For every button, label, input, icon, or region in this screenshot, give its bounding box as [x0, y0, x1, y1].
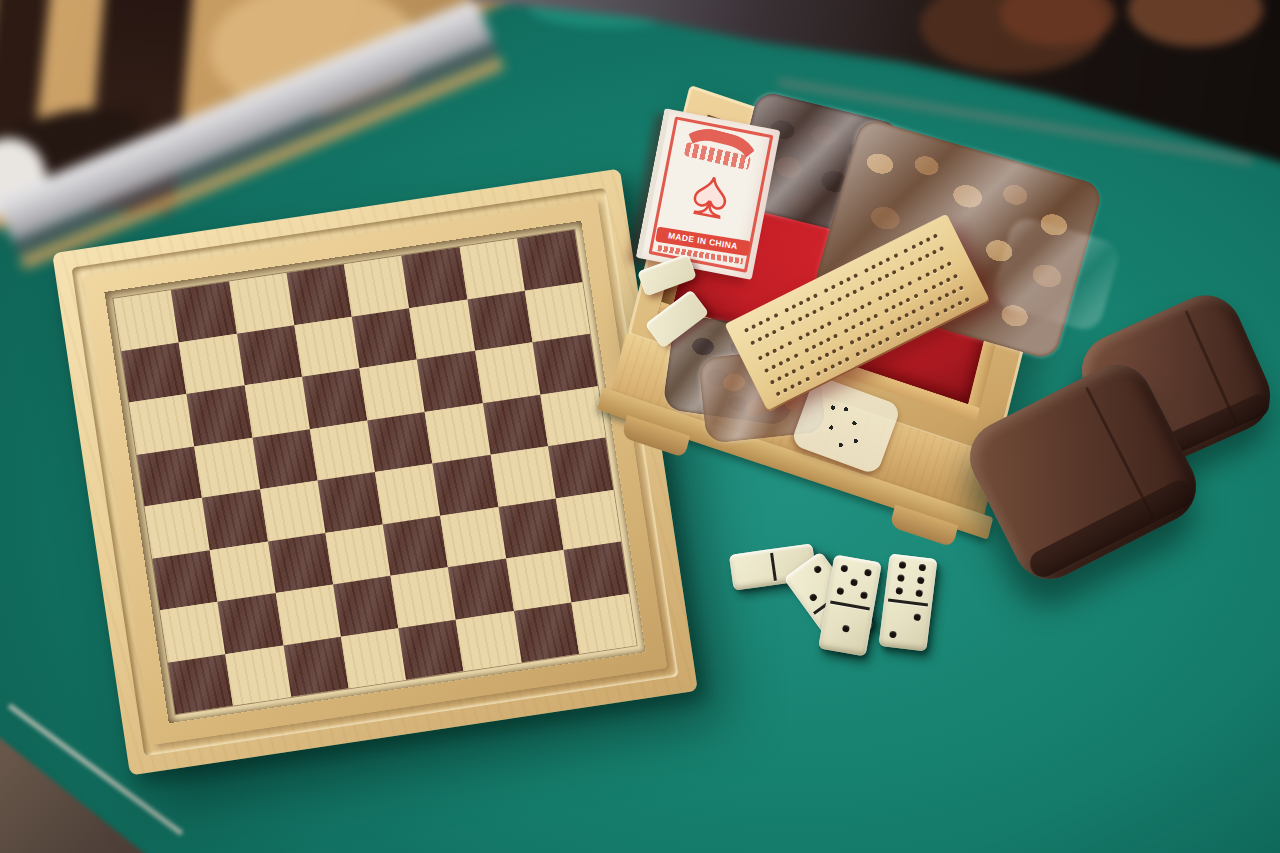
board-square — [409, 299, 474, 360]
cribbage-hole — [917, 276, 922, 281]
cribbage-hole — [826, 337, 831, 342]
cribbage-hole — [884, 273, 889, 278]
board-square — [440, 507, 505, 568]
cribbage-hole — [744, 328, 749, 333]
cribbage-hole — [805, 377, 810, 382]
domino-pip — [916, 577, 924, 585]
domino-pip — [837, 587, 845, 595]
cribbage-hole — [838, 281, 843, 286]
cribbage-hole — [846, 277, 851, 282]
board-square — [187, 385, 252, 446]
domino-half — [884, 553, 937, 605]
cribbage-hole — [957, 301, 962, 306]
board-square — [202, 489, 267, 550]
cribbage-hole — [831, 284, 836, 289]
cribbage-hole — [892, 269, 897, 274]
cribbage-hole — [766, 317, 771, 322]
board-square — [563, 541, 628, 602]
cribbage-hole — [885, 337, 890, 342]
board-square — [194, 437, 259, 498]
cribbage-hole — [786, 357, 791, 362]
board-square — [137, 446, 202, 507]
board-square — [129, 394, 194, 455]
cribbage-hole — [950, 305, 955, 310]
cribbage-hole — [944, 293, 949, 298]
cribbage-hole — [925, 317, 930, 322]
board-square — [448, 559, 513, 620]
cribbage-hole — [859, 305, 864, 310]
cribbage-hole — [783, 388, 788, 393]
cribbage-hole — [918, 241, 923, 246]
cribbage-hole — [859, 286, 864, 291]
domino-pip — [890, 631, 898, 639]
cribbage-hole — [776, 392, 781, 397]
domino-pip — [899, 561, 907, 569]
cribbage-hole — [932, 268, 937, 273]
board-grid — [114, 230, 637, 714]
cribbage-hole — [806, 297, 811, 302]
cribbage-hole — [871, 329, 876, 334]
cribbage-hole — [913, 293, 918, 298]
cribbage-hole — [784, 308, 789, 313]
cribbage-hole — [891, 304, 896, 309]
board-square — [286, 264, 351, 325]
cribbage-hole — [805, 332, 810, 337]
cribbage-hole — [779, 325, 784, 330]
cribbage-hole — [799, 301, 804, 306]
cribbage-hole — [792, 369, 797, 374]
cribbage-hole — [845, 312, 850, 317]
cribbage-hole — [945, 277, 950, 282]
chess-checkers-board — [52, 168, 698, 775]
cribbage-hole — [852, 308, 857, 313]
cribbage-hole — [799, 365, 804, 370]
cribbage-hole — [797, 316, 802, 321]
cribbage-hole — [765, 352, 770, 357]
cribbage-hole — [931, 284, 936, 289]
cribbage-hole — [813, 293, 818, 298]
cribbage-hole — [851, 324, 856, 329]
cribbage-hole — [926, 237, 931, 242]
board-square — [517, 230, 582, 291]
cribbage-hole — [871, 265, 876, 270]
domino-pip — [842, 625, 850, 633]
cribbage-hole — [959, 285, 964, 290]
cribbage-hole — [798, 336, 803, 341]
cribbage-hole — [867, 301, 872, 306]
board-square — [325, 524, 390, 585]
cribbage-hole — [830, 300, 835, 305]
cribbage-hole — [787, 341, 792, 346]
cribbage-hole — [824, 352, 829, 357]
cribbage-hole — [905, 297, 910, 302]
board-square — [152, 550, 217, 611]
board-square — [310, 420, 375, 481]
board-square — [283, 636, 348, 697]
cribbage-hole — [811, 344, 816, 349]
cribbage-hole — [923, 288, 928, 293]
cribbage-hole — [877, 341, 882, 346]
cribbage-hole — [817, 356, 822, 361]
cribbage-hole — [790, 320, 795, 325]
cribbage-hole — [910, 324, 915, 329]
board-square — [114, 290, 179, 351]
domino-pip — [915, 590, 923, 598]
board-square — [171, 282, 236, 343]
cribbage-hole — [758, 355, 763, 360]
cribbage-hole — [820, 325, 825, 330]
board-square — [225, 645, 290, 706]
board-surface — [104, 221, 645, 723]
cribbage-hole — [827, 321, 832, 326]
board-square — [375, 463, 440, 524]
board-square — [425, 403, 490, 464]
cribbage-hole — [932, 249, 937, 254]
cribbage-hole — [892, 288, 897, 293]
board-square — [482, 394, 547, 455]
cribbage-hole — [899, 266, 904, 271]
cribbage-hole — [824, 288, 829, 293]
cribbage-hole — [832, 349, 837, 354]
cribbage-hole — [873, 313, 878, 318]
board-square — [459, 238, 524, 299]
cribbage-hole — [937, 296, 942, 301]
domino-pip — [913, 613, 921, 621]
board-square — [571, 593, 636, 654]
domino-pip — [859, 591, 867, 599]
cribbage-hole — [823, 368, 828, 373]
cribbage-hole — [844, 293, 849, 298]
cribbage-hole — [764, 367, 769, 372]
cribbage-hole — [784, 372, 789, 377]
cribbage-hole — [878, 261, 883, 266]
domino-pip — [808, 593, 818, 603]
cribbage-hole — [830, 364, 835, 369]
board-square — [540, 386, 605, 447]
cribbage-hole — [805, 313, 810, 318]
board-square — [359, 360, 424, 421]
domino-pip — [896, 587, 904, 595]
domino-pip — [850, 578, 858, 586]
cribbage-hole — [810, 360, 815, 365]
cribbage-hole — [935, 312, 940, 317]
cribbage-hole — [750, 340, 755, 345]
board-square — [302, 368, 367, 429]
cribbage-hole — [853, 274, 858, 279]
cribbage-hole — [804, 348, 809, 353]
cribbage-hole — [777, 376, 782, 381]
cribbage-hole — [897, 316, 902, 321]
cribbage-hole — [780, 345, 785, 350]
cribbage-hole — [751, 324, 756, 329]
cribbage-hole — [838, 316, 843, 321]
cribbage-hole — [773, 313, 778, 318]
cribbage-hole — [812, 328, 817, 333]
cribbage-hole — [837, 297, 842, 302]
board-square — [548, 438, 613, 499]
board-square — [532, 334, 597, 395]
board-square — [383, 515, 448, 576]
board-square — [236, 325, 301, 386]
cribbage-hole — [910, 260, 915, 265]
cribbage-hole — [899, 285, 904, 290]
cribbage-hole — [939, 265, 944, 270]
cribbage-hole — [839, 345, 844, 350]
cribbage-hole — [895, 332, 900, 337]
cribbage-hole — [819, 305, 824, 310]
cribbage-hole — [885, 292, 890, 297]
board-square — [506, 550, 571, 611]
board-square — [341, 628, 406, 689]
cribbage-hole — [850, 340, 855, 345]
board-square — [121, 342, 186, 403]
cribbage-hole — [757, 336, 762, 341]
cribbage-hole — [816, 372, 821, 377]
cribbage-hole — [858, 320, 863, 325]
cribbage-hole — [953, 273, 958, 278]
board-square — [317, 472, 382, 533]
domino-pip — [918, 564, 926, 572]
board-square — [179, 333, 244, 394]
cribbage-hole — [812, 309, 817, 314]
cribbage-hole — [883, 308, 888, 313]
domino-pip — [897, 574, 905, 582]
cribbage-hole — [917, 321, 922, 326]
board-square — [218, 593, 283, 654]
board-square — [352, 308, 417, 369]
cribbage-hole — [870, 280, 875, 285]
cribbage-hole — [765, 333, 770, 338]
domino-half — [879, 600, 932, 652]
cribbage-hole — [818, 340, 823, 345]
cribbage-hole — [938, 281, 943, 286]
cribbage-hole — [911, 309, 916, 314]
board-square — [275, 584, 340, 645]
cribbage-hole — [886, 257, 891, 262]
board-square — [244, 377, 309, 438]
domino-pip — [841, 565, 849, 573]
board-square — [514, 602, 579, 663]
domino-pip — [813, 564, 823, 574]
cribbage-hole — [833, 333, 838, 338]
board-square — [344, 256, 409, 317]
cribbage-hole — [917, 257, 922, 262]
board-square — [475, 342, 540, 403]
cribbage-hole — [857, 336, 862, 341]
board-square — [467, 290, 532, 351]
cribbage-hole — [844, 328, 849, 333]
cribbage-hole — [772, 348, 777, 353]
cribbage-hole — [951, 289, 956, 294]
cribbage-hole — [929, 300, 934, 305]
cribbage-hole — [771, 364, 776, 369]
cribbage-hole — [791, 304, 796, 309]
cribbage-hole — [852, 289, 857, 294]
cribbage-hole — [759, 321, 764, 326]
cribbage-hole — [778, 360, 783, 365]
cribbage-hole — [939, 246, 944, 251]
cribbage-hole — [864, 332, 869, 337]
cribbage-hole — [770, 380, 775, 385]
board-square — [260, 481, 325, 542]
photo-game-table-scene: ♠ MADE IN CHINA — [0, 0, 1280, 853]
board-square — [402, 247, 467, 308]
domino-pip — [863, 569, 871, 577]
cribbage-hole — [793, 353, 798, 358]
board-square — [145, 498, 210, 559]
cribbage-hole — [933, 234, 938, 239]
cribbage-hole — [904, 248, 909, 253]
cribbage-hole — [898, 300, 903, 305]
cribbage-hole — [924, 253, 929, 258]
board-square — [168, 654, 233, 715]
cribbage-hole — [877, 296, 882, 301]
cribbage-hole — [911, 245, 916, 250]
cribbage-hole — [790, 384, 795, 389]
board-square — [229, 273, 294, 334]
board-square — [456, 611, 521, 672]
board-square — [294, 316, 359, 377]
cribbage-hole — [903, 328, 908, 333]
board-square — [333, 576, 398, 637]
board-square — [398, 619, 463, 680]
cribbage-hole — [864, 268, 869, 273]
cribbage-hole — [879, 325, 884, 330]
cribbage-hole — [889, 320, 894, 325]
board-square — [490, 446, 555, 507]
board-square — [252, 429, 317, 490]
cribbage-hole — [919, 305, 924, 310]
cribbage-hole — [798, 381, 803, 386]
cribbage-hole — [870, 344, 875, 349]
cribbage-hole — [838, 361, 843, 366]
cribbage-hole — [907, 281, 912, 286]
cribbage-hole — [943, 308, 948, 313]
cribbage-hole — [904, 312, 909, 317]
cribbage-hole — [856, 352, 861, 357]
board-square — [160, 602, 225, 663]
cribbage-hole — [893, 254, 898, 259]
cribbage-hole — [877, 277, 882, 282]
board-square — [210, 541, 275, 602]
board-square — [498, 498, 563, 559]
board-square — [417, 351, 482, 412]
board-square — [367, 411, 432, 472]
board-square — [525, 282, 590, 343]
cribbage-hole — [947, 261, 952, 266]
cribbage-hole — [845, 357, 850, 362]
board-square — [268, 533, 333, 594]
board-square — [433, 455, 498, 516]
cribbage-hole — [925, 272, 930, 277]
board-square — [556, 489, 621, 550]
board-square — [391, 567, 456, 628]
cribbage-hole — [865, 317, 870, 322]
domino-half — [729, 549, 776, 590]
cribbage-hole — [965, 297, 970, 302]
cribbage-hole — [772, 329, 777, 334]
cribbage-hole — [863, 348, 868, 353]
